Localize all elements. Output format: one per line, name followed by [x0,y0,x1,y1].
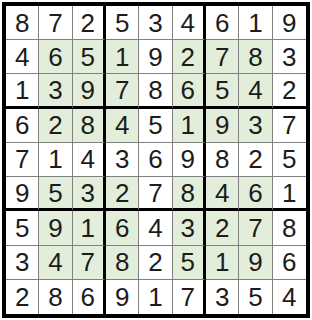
cell-r3c1[interactable]: 1 [6,74,39,108]
cell-r9c7[interactable]: 3 [206,280,239,314]
cell-r7c1[interactable]: 5 [6,211,39,245]
cell-r8c5[interactable]: 2 [139,246,172,280]
cell-r1c5[interactable]: 3 [139,6,172,40]
cell-r5c7[interactable]: 8 [206,143,239,177]
cell-r9c1[interactable]: 2 [6,280,39,314]
cell-r4c4[interactable]: 4 [106,109,139,143]
cell-r9c9[interactable]: 4 [273,280,306,314]
cell-r5c6[interactable]: 9 [173,143,206,177]
cell-r6c3[interactable]: 3 [73,177,106,211]
cell-r5c5[interactable]: 6 [139,143,172,177]
cell-r3c8[interactable]: 4 [239,74,272,108]
cell-r6c2[interactable]: 5 [39,177,72,211]
cell-r2c2[interactable]: 6 [39,40,72,74]
cell-r4c6[interactable]: 1 [173,109,206,143]
sudoku-page: 8725346194651927831397865426284519377143… [0,0,312,320]
cell-r3c5[interactable]: 8 [139,74,172,108]
cell-r7c6[interactable]: 3 [173,211,206,245]
cell-r9c6[interactable]: 7 [173,280,206,314]
cell-r3c9[interactable]: 2 [273,74,306,108]
cell-r9c4[interactable]: 9 [106,280,139,314]
cell-r9c5[interactable]: 1 [139,280,172,314]
cell-r5c9[interactable]: 5 [273,143,306,177]
cell-r4c7[interactable]: 9 [206,109,239,143]
cell-r5c8[interactable]: 2 [239,143,272,177]
cell-r4c9[interactable]: 7 [273,109,306,143]
cell-r2c8[interactable]: 8 [239,40,272,74]
cell-r7c8[interactable]: 7 [239,211,272,245]
cell-r6c7[interactable]: 4 [206,177,239,211]
sudoku-board: 8725346194651927831397865426284519377143… [2,2,310,318]
cell-r3c4[interactable]: 7 [106,74,139,108]
cell-r8c6[interactable]: 5 [173,246,206,280]
cell-r5c3[interactable]: 4 [73,143,106,177]
cell-r9c3[interactable]: 6 [73,280,106,314]
cell-r2c4[interactable]: 1 [106,40,139,74]
cell-r1c9[interactable]: 9 [273,6,306,40]
cell-r6c4[interactable]: 2 [106,177,139,211]
cell-r8c3[interactable]: 7 [73,246,106,280]
cell-r6c6[interactable]: 8 [173,177,206,211]
cell-r3c6[interactable]: 6 [173,74,206,108]
cell-r7c9[interactable]: 8 [273,211,306,245]
cell-r9c2[interactable]: 8 [39,280,72,314]
cell-r4c2[interactable]: 2 [39,109,72,143]
cell-r7c5[interactable]: 4 [139,211,172,245]
cell-r7c2[interactable]: 9 [39,211,72,245]
cell-r2c3[interactable]: 5 [73,40,106,74]
cell-r2c7[interactable]: 7 [206,40,239,74]
cell-r8c2[interactable]: 4 [39,246,72,280]
cell-r8c7[interactable]: 1 [206,246,239,280]
cell-r8c4[interactable]: 8 [106,246,139,280]
cell-r7c7[interactable]: 2 [206,211,239,245]
cell-r6c9[interactable]: 1 [273,177,306,211]
cell-r4c8[interactable]: 3 [239,109,272,143]
cell-r3c3[interactable]: 9 [73,74,106,108]
cell-r3c2[interactable]: 3 [39,74,72,108]
cell-r4c5[interactable]: 5 [139,109,172,143]
cell-r4c3[interactable]: 8 [73,109,106,143]
cell-r1c6[interactable]: 4 [173,6,206,40]
cell-r2c9[interactable]: 3 [273,40,306,74]
cell-r5c2[interactable]: 1 [39,143,72,177]
cell-r7c4[interactable]: 6 [106,211,139,245]
cell-r1c7[interactable]: 6 [206,6,239,40]
cell-r4c1[interactable]: 6 [6,109,39,143]
cell-r8c9[interactable]: 6 [273,246,306,280]
cell-r8c1[interactable]: 3 [6,246,39,280]
cell-r2c5[interactable]: 9 [139,40,172,74]
cell-r5c1[interactable]: 7 [6,143,39,177]
cell-r8c8[interactable]: 9 [239,246,272,280]
cell-r6c1[interactable]: 9 [6,177,39,211]
cell-r9c8[interactable]: 5 [239,280,272,314]
cell-r1c1[interactable]: 8 [6,6,39,40]
cell-r3c7[interactable]: 5 [206,74,239,108]
cell-r7c3[interactable]: 1 [73,211,106,245]
cell-r1c4[interactable]: 5 [106,6,139,40]
cell-r6c5[interactable]: 7 [139,177,172,211]
cell-r1c2[interactable]: 7 [39,6,72,40]
cell-r6c8[interactable]: 6 [239,177,272,211]
cell-r5c4[interactable]: 3 [106,143,139,177]
cell-r1c8[interactable]: 1 [239,6,272,40]
cell-r1c3[interactable]: 2 [73,6,106,40]
cell-r2c1[interactable]: 4 [6,40,39,74]
cell-r2c6[interactable]: 2 [173,40,206,74]
